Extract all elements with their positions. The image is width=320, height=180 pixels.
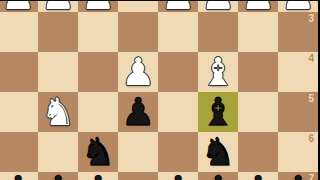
rank-label-5: 5 [278, 93, 317, 105]
white-pawn-b2[interactable]: ♟ [238, 0, 278, 16]
black-pawn-f7[interactable]: ♟ [78, 170, 118, 180]
square-b3[interactable] [238, 12, 278, 52]
square-f5[interactable] [78, 92, 118, 132]
square-h4[interactable] [0, 52, 38, 92]
white-pawn-a2[interactable]: ♟ [278, 0, 318, 16]
square-b5[interactable] [238, 92, 278, 132]
black-pawn-d7[interactable]: ♟ [158, 170, 198, 180]
square-h3[interactable] [0, 12, 38, 52]
square-f3[interactable] [78, 12, 118, 52]
square-h5[interactable] [0, 92, 38, 132]
white-bishop-c4[interactable]: ♝ [198, 52, 238, 92]
black-bishop-c5[interactable]: ♝ [198, 92, 238, 132]
rank-label-4: 4 [278, 53, 317, 65]
square-e6[interactable] [118, 132, 158, 172]
square-d5[interactable] [158, 92, 198, 132]
black-knight-c6[interactable]: ♞ [198, 132, 238, 172]
black-pawn-e5[interactable]: ♟ [118, 92, 158, 132]
black-pawn-g7[interactable]: ♟ [38, 170, 78, 180]
square-g3[interactable] [38, 12, 78, 52]
black-pawn-b7[interactable]: ♟ [238, 170, 278, 180]
white-pawn-d2[interactable]: ♟ [158, 0, 198, 16]
black-pawn-a7[interactable]: ♟ [278, 170, 318, 180]
white-pawn-g2[interactable]: ♟ [38, 0, 78, 16]
square-h6[interactable] [0, 132, 38, 172]
white-pawn-e4[interactable]: ♟ [118, 52, 158, 92]
square-e2[interactable] [118, 0, 158, 12]
white-pawn-c2[interactable]: ♟ [198, 0, 238, 16]
square-g6[interactable] [38, 132, 78, 172]
square-g4[interactable] [38, 52, 78, 92]
white-pawn-f2[interactable]: ♟ [78, 0, 118, 16]
top-edge-line [0, 0, 320, 1]
square-b4[interactable] [238, 52, 278, 92]
square-e7[interactable] [118, 172, 158, 180]
white-knight-g5[interactable]: ♞ [38, 92, 78, 132]
black-knight-f6[interactable]: ♞ [78, 132, 118, 172]
black-pawn-h7[interactable]: ♟ [0, 170, 38, 180]
square-d3[interactable] [158, 12, 198, 52]
square-d4[interactable] [158, 52, 198, 92]
chess-board-viewport: 34567♟♟♟♟♟♟♟♟♝♞♟♝♞♞♟♟♟♟♟♟♟ [0, 0, 320, 180]
square-f4[interactable] [78, 52, 118, 92]
square-c3[interactable] [198, 12, 238, 52]
square-e3[interactable] [118, 12, 158, 52]
square-d6[interactable] [158, 132, 198, 172]
black-pawn-c7[interactable]: ♟ [198, 170, 238, 180]
square-b6[interactable] [238, 132, 278, 172]
chess-board: 34567♟♟♟♟♟♟♟♟♝♞♟♝♞♞♟♟♟♟♟♟♟ [0, 0, 318, 180]
rank-label-6: 6 [278, 133, 317, 145]
white-pawn-h2[interactable]: ♟ [0, 0, 38, 16]
